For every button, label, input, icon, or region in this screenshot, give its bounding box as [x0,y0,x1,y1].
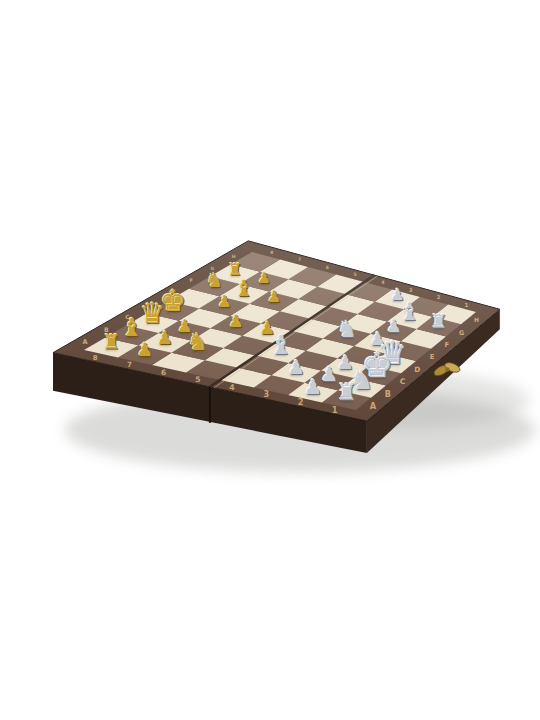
chess-board: 1122334455667788AABBCCDDEEFFGGHH [0,0,540,720]
photo-stage: 1122334455667788AABBCCDDEEFFGGHH ♜♝♛♚♞♜♟… [0,0,540,720]
